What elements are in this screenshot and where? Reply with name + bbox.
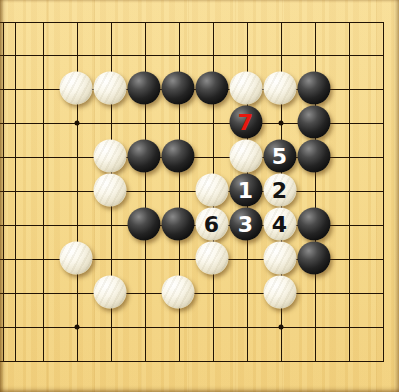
stone-black xyxy=(297,242,330,275)
stone-black xyxy=(297,140,330,173)
grid-line-horizontal xyxy=(0,327,383,328)
stone-white-move-2: 2 xyxy=(263,174,296,207)
stone-white xyxy=(195,174,228,207)
stone-white xyxy=(93,276,126,309)
stone-black-move-5: 5 xyxy=(263,140,296,173)
move-number: 7 xyxy=(238,111,253,133)
stone-white-move-6: 6 xyxy=(195,208,228,241)
stone-black xyxy=(161,140,194,173)
star-point xyxy=(74,121,79,126)
stone-black xyxy=(127,72,160,105)
stone-black xyxy=(127,140,160,173)
go-board-container: 7512634 xyxy=(0,0,399,392)
stone-black xyxy=(297,208,330,241)
grid-line-vertical xyxy=(383,22,384,363)
stone-black-move-3: 3 xyxy=(229,208,262,241)
stone-black xyxy=(127,208,160,241)
stone-white xyxy=(59,72,92,105)
grid-line-vertical xyxy=(15,22,16,363)
move-number: 1 xyxy=(238,179,253,201)
move-number: 3 xyxy=(238,213,253,235)
stone-white xyxy=(229,72,262,105)
stone-white-move-4: 4 xyxy=(263,208,296,241)
stone-white xyxy=(93,174,126,207)
star-point xyxy=(278,121,283,126)
grid-line-vertical xyxy=(349,22,350,363)
move-number: 5 xyxy=(272,145,287,167)
star-point xyxy=(74,325,79,330)
stone-white xyxy=(263,72,296,105)
stone-white xyxy=(59,242,92,275)
stone-black-move-1: 1 xyxy=(229,174,262,207)
grid-line-horizontal xyxy=(0,191,383,192)
grid-line-vertical xyxy=(43,22,44,363)
star-point xyxy=(278,325,283,330)
move-number: 6 xyxy=(204,213,219,235)
grid-line-vertical-partial xyxy=(3,22,4,363)
stone-white xyxy=(93,72,126,105)
grid-line-horizontal xyxy=(0,361,383,362)
move-number: 2 xyxy=(272,179,287,201)
stone-black-move-7: 7 xyxy=(229,106,262,139)
move-number: 4 xyxy=(272,213,287,235)
stone-black xyxy=(297,106,330,139)
stone-black xyxy=(161,208,194,241)
stone-white xyxy=(93,140,126,173)
stone-white xyxy=(229,140,262,173)
stone-white xyxy=(263,242,296,275)
stone-black xyxy=(297,72,330,105)
stone-white xyxy=(195,242,228,275)
grid-line-horizontal xyxy=(0,55,383,56)
go-board[interactable]: 7512634 xyxy=(0,0,399,392)
stone-black xyxy=(195,72,228,105)
stone-black xyxy=(161,72,194,105)
grid-line-horizontal xyxy=(0,22,383,23)
stone-white xyxy=(263,276,296,309)
stone-white xyxy=(161,276,194,309)
